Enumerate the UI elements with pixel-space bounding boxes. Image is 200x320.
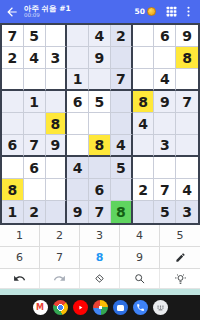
board-cell[interactable]: 2 xyxy=(133,179,155,201)
numpad-9[interactable]: 9 xyxy=(120,247,160,268)
board-cell[interactable]: 4 xyxy=(24,47,46,69)
coin-count: 50 xyxy=(135,7,145,16)
numpad-3[interactable]: 3 xyxy=(80,225,120,246)
board-cell[interactable] xyxy=(24,113,46,135)
coin-balance[interactable]: 50 xyxy=(135,7,156,16)
board-cell[interactable] xyxy=(46,69,68,91)
board-cell[interactable]: 8 xyxy=(176,47,198,69)
board-cell[interactable] xyxy=(67,135,89,157)
board-cell[interactable]: 2 xyxy=(111,25,133,47)
board-cell[interactable]: 9 xyxy=(89,47,111,69)
sudoku-grid: 7542692439817416589784679843645862741297… xyxy=(0,23,200,225)
board-cell[interactable]: 8 xyxy=(2,179,24,201)
board-cell[interactable]: 9 xyxy=(154,91,176,113)
board-cell[interactable]: 1 xyxy=(24,91,46,113)
board-cell[interactable]: 1 xyxy=(2,201,24,223)
board-cell[interactable] xyxy=(46,25,68,47)
phone-icon[interactable] xyxy=(133,300,148,315)
board-cell[interactable] xyxy=(89,157,111,179)
numpad-6[interactable]: 6 xyxy=(0,247,40,268)
numpad-row-1: 1 2 3 4 5 xyxy=(0,225,200,247)
board-cell[interactable] xyxy=(46,157,68,179)
board-cell[interactable] xyxy=(176,157,198,179)
board-cell[interactable]: 9 xyxy=(176,25,198,47)
board-cell[interactable] xyxy=(46,179,68,201)
board-cell[interactable] xyxy=(2,113,24,135)
board-cell[interactable]: 5 xyxy=(154,201,176,223)
chrome-icon[interactable] xyxy=(53,300,68,315)
board-cell[interactable] xyxy=(67,25,89,47)
board-cell[interactable]: 1 xyxy=(67,69,89,91)
board-cell[interactable]: 6 xyxy=(24,157,46,179)
board-cell[interactable]: 3 xyxy=(176,201,198,223)
eraser-button[interactable] xyxy=(80,269,120,288)
board-cell[interactable]: 4 xyxy=(89,25,111,47)
app-header: 아주 쉬움 #1 00:09 50 xyxy=(0,0,200,23)
board-cell[interactable] xyxy=(176,69,198,91)
board-cell[interactable]: 7 xyxy=(154,179,176,201)
board-cell[interactable] xyxy=(154,157,176,179)
coin-icon xyxy=(147,7,156,16)
undo-button[interactable] xyxy=(0,269,40,288)
board-cell[interactable] xyxy=(133,69,155,91)
board-cell[interactable]: 9 xyxy=(46,135,68,157)
board-cell[interactable]: 7 xyxy=(111,69,133,91)
board-cell[interactable] xyxy=(176,113,198,135)
numpad-5[interactable]: 5 xyxy=(160,225,200,246)
gmail-icon[interactable]: M xyxy=(33,300,48,315)
android-taskbar: M xyxy=(0,295,200,320)
numpad-row-2: 6 7 8 9 xyxy=(0,247,200,269)
board-cell[interactable] xyxy=(154,47,176,69)
board-cell[interactable] xyxy=(2,157,24,179)
board-cell[interactable]: 4 xyxy=(154,69,176,91)
board-cell[interactable] xyxy=(24,69,46,91)
redo-button[interactable] xyxy=(40,269,80,288)
search-button[interactable] xyxy=(120,269,160,288)
board-cell[interactable] xyxy=(67,113,89,135)
board-cell[interactable] xyxy=(89,69,111,91)
board-cell[interactable]: 6 xyxy=(89,179,111,201)
board-cell[interactable] xyxy=(2,91,24,113)
board-cell[interactable] xyxy=(133,25,155,47)
board-cell[interactable] xyxy=(133,201,155,223)
youtube-icon[interactable] xyxy=(73,300,88,315)
hint-button[interactable] xyxy=(160,269,200,288)
back-icon[interactable] xyxy=(5,5,19,19)
board-cell[interactable] xyxy=(111,47,133,69)
board-cell[interactable]: 4 xyxy=(176,179,198,201)
board-cell[interactable]: 4 xyxy=(133,113,155,135)
board-cell[interactable] xyxy=(133,157,155,179)
board-cell[interactable]: 7 xyxy=(24,135,46,157)
board-cell[interactable]: 4 xyxy=(111,135,133,157)
numpad-4[interactable]: 4 xyxy=(120,225,160,246)
board-cell[interactable]: 2 xyxy=(2,47,24,69)
game-timer: 00:09 xyxy=(24,13,135,19)
apps-grid-icon[interactable] xyxy=(165,5,178,18)
board-cell[interactable]: 5 xyxy=(111,157,133,179)
numpad-7[interactable]: 7 xyxy=(40,247,80,268)
numpad-8[interactable]: 8 xyxy=(80,247,120,268)
board-cell[interactable]: 6 xyxy=(2,135,24,157)
pencil-button[interactable] xyxy=(160,247,200,268)
board-cell[interactable] xyxy=(67,47,89,69)
board-cell[interactable]: 3 xyxy=(154,135,176,157)
board-cell[interactable] xyxy=(176,135,198,157)
board-cell[interactable] xyxy=(111,113,133,135)
board-cell[interactable]: 9 xyxy=(67,201,89,223)
board-cell[interactable]: 8 xyxy=(46,113,68,135)
photos-icon[interactable] xyxy=(93,300,108,315)
board-cell[interactable]: 7 xyxy=(2,25,24,47)
board-cell[interactable]: 4 xyxy=(67,157,89,179)
board-cell[interactable]: 5 xyxy=(89,91,111,113)
board-cell[interactable] xyxy=(133,135,155,157)
board-cell[interactable] xyxy=(2,69,24,91)
board-cell[interactable]: 8 xyxy=(89,135,111,157)
numpad-2[interactable]: 2 xyxy=(40,225,80,246)
toolbar xyxy=(0,269,200,289)
board-cell[interactable] xyxy=(111,179,133,201)
board-cell[interactable]: 7 xyxy=(89,201,111,223)
board-cell[interactable]: 8 xyxy=(111,201,133,223)
board-cell[interactable] xyxy=(154,113,176,135)
board-cell[interactable] xyxy=(46,201,68,223)
board-cell[interactable] xyxy=(67,179,89,201)
board-cell[interactable] xyxy=(46,91,68,113)
meet-icon[interactable] xyxy=(113,300,128,315)
page-title: 아주 쉬움 #1 xyxy=(24,5,135,13)
board-cell[interactable]: 6 xyxy=(67,91,89,113)
board-cell[interactable] xyxy=(111,91,133,113)
board-cell[interactable]: 7 xyxy=(176,91,198,113)
board-cell[interactable]: 5 xyxy=(24,25,46,47)
numpad-1[interactable]: 1 xyxy=(0,225,40,246)
board-cell[interactable]: 6 xyxy=(154,25,176,47)
board-cell[interactable] xyxy=(89,113,111,135)
board-cell[interactable] xyxy=(133,47,155,69)
board-cell[interactable]: 3 xyxy=(46,47,68,69)
board-cell[interactable]: 2 xyxy=(24,201,46,223)
board-cell[interactable]: 8 xyxy=(133,91,155,113)
kebab-menu-icon[interactable] xyxy=(182,5,195,18)
keyboard-icon[interactable] xyxy=(153,300,168,315)
board-cell[interactable] xyxy=(24,179,46,201)
